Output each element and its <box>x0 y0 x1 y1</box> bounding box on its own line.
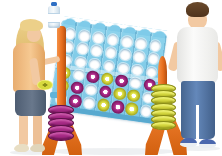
yellow-ring <box>96 98 110 112</box>
empty-hole <box>85 84 97 96</box>
empty-hole <box>117 62 129 74</box>
empty-hole <box>135 38 147 50</box>
product-photo-scene <box>0 0 222 156</box>
magenta-ring <box>86 70 100 84</box>
yellow-spare-ring <box>151 121 176 130</box>
yellow-ring <box>112 87 126 101</box>
empty-hole <box>149 40 161 52</box>
magenta-spare-ring <box>48 131 74 141</box>
empty-hole <box>146 66 158 78</box>
empty-hole <box>64 28 76 40</box>
empty-hole <box>83 97 95 109</box>
empty-hole <box>130 77 142 89</box>
empty-hole <box>103 60 115 72</box>
girl-shoe <box>14 144 29 152</box>
empty-hole <box>147 53 159 65</box>
empty-hole <box>75 56 87 68</box>
magenta-ring <box>70 81 84 95</box>
boy-jeans-leg-gap <box>196 105 199 139</box>
empty-hole <box>133 51 145 63</box>
boy-shirt <box>177 27 218 83</box>
magenta-ring <box>111 100 125 114</box>
empty-hole <box>93 32 105 44</box>
empty-hole <box>89 58 101 70</box>
yellow-ring <box>100 72 114 86</box>
magenta-spare-ring-stack <box>49 105 73 141</box>
empty-hole <box>77 43 89 55</box>
empty-hole <box>73 69 85 81</box>
girl-leg <box>33 114 42 146</box>
empty-hole <box>91 45 103 57</box>
empty-hole <box>119 49 131 61</box>
boy-sneaker <box>199 139 216 148</box>
girl-leg <box>19 114 28 146</box>
yellow-ring <box>127 89 141 103</box>
empty-hole <box>105 47 117 59</box>
magenta-ring <box>114 74 128 88</box>
bottle-label <box>48 13 60 23</box>
girl-denim-shorts <box>15 90 46 116</box>
yellow-spare-ring-stack <box>152 84 175 130</box>
magenta-ring <box>98 85 112 99</box>
empty-hole <box>131 64 143 76</box>
empty-hole <box>121 36 133 48</box>
yellow-ring-in-hand <box>37 80 53 90</box>
yellow-ring <box>125 102 139 116</box>
empty-hole <box>79 30 91 42</box>
girl-shoe <box>30 144 45 152</box>
boy-sneaker <box>180 138 197 147</box>
girl-hair-bangs <box>20 19 43 31</box>
empty-hole <box>107 34 119 46</box>
boy-hair <box>186 2 209 17</box>
